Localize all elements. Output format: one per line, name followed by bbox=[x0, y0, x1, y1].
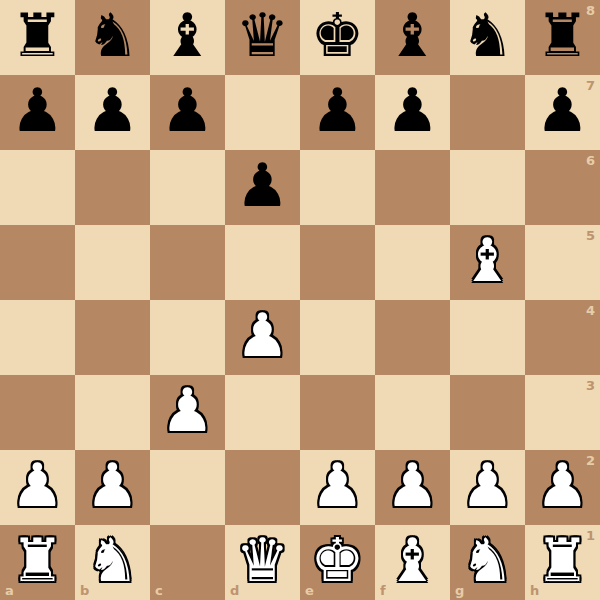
white-pawn-piece[interactable]: ♟ bbox=[161, 375, 215, 448]
square-b7[interactable]: ♟ bbox=[75, 75, 150, 150]
square-a8[interactable]: ♜ bbox=[0, 0, 75, 75]
square-g8[interactable]: ♞ bbox=[450, 0, 525, 75]
black-rook-piece[interactable]: ♜ bbox=[11, 0, 65, 73]
square-h8[interactable]: ♜8 bbox=[525, 0, 600, 75]
square-b3[interactable] bbox=[75, 375, 150, 450]
white-queen-piece[interactable]: ♛ bbox=[236, 525, 290, 598]
square-c5[interactable] bbox=[150, 225, 225, 300]
square-f3[interactable] bbox=[375, 375, 450, 450]
square-e7[interactable]: ♟ bbox=[300, 75, 375, 150]
square-h4[interactable]: 4 bbox=[525, 300, 600, 375]
square-g1[interactable]: ♞g bbox=[450, 525, 525, 600]
white-king-piece[interactable]: ♚ bbox=[311, 525, 365, 598]
square-e1[interactable]: ♚e bbox=[300, 525, 375, 600]
square-h6[interactable]: 6 bbox=[525, 150, 600, 225]
square-c7[interactable]: ♟ bbox=[150, 75, 225, 150]
white-rook-piece[interactable]: ♜ bbox=[11, 525, 65, 598]
square-g7[interactable] bbox=[450, 75, 525, 150]
square-d3[interactable] bbox=[225, 375, 300, 450]
black-pawn-piece[interactable]: ♟ bbox=[386, 75, 440, 148]
square-d1[interactable]: ♛d bbox=[225, 525, 300, 600]
white-knight-piece[interactable]: ♞ bbox=[461, 525, 515, 598]
square-b1[interactable]: ♞b bbox=[75, 525, 150, 600]
square-e4[interactable] bbox=[300, 300, 375, 375]
black-pawn-piece[interactable]: ♟ bbox=[86, 75, 140, 148]
square-a2[interactable]: ♟ bbox=[0, 450, 75, 525]
rank-label-7: 7 bbox=[586, 79, 595, 92]
square-h1[interactable]: ♜1h bbox=[525, 525, 600, 600]
white-pawn-piece[interactable]: ♟ bbox=[311, 450, 365, 523]
square-c6[interactable] bbox=[150, 150, 225, 225]
square-f8[interactable]: ♝ bbox=[375, 0, 450, 75]
square-a4[interactable] bbox=[0, 300, 75, 375]
square-d8[interactable]: ♛ bbox=[225, 0, 300, 75]
rank-label-3: 3 bbox=[586, 379, 595, 392]
square-d2[interactable] bbox=[225, 450, 300, 525]
rank-label-6: 6 bbox=[586, 154, 595, 167]
square-e8[interactable]: ♚ bbox=[300, 0, 375, 75]
square-e6[interactable] bbox=[300, 150, 375, 225]
square-c2[interactable] bbox=[150, 450, 225, 525]
square-a6[interactable] bbox=[0, 150, 75, 225]
square-c3[interactable]: ♟ bbox=[150, 375, 225, 450]
square-f5[interactable] bbox=[375, 225, 450, 300]
file-label-h: h bbox=[530, 584, 539, 597]
rank-label-5: 5 bbox=[586, 229, 595, 242]
square-e5[interactable] bbox=[300, 225, 375, 300]
black-knight-piece[interactable]: ♞ bbox=[461, 0, 515, 73]
square-a7[interactable]: ♟ bbox=[0, 75, 75, 150]
white-pawn-piece[interactable]: ♟ bbox=[11, 450, 65, 523]
black-pawn-piece[interactable]: ♟ bbox=[161, 75, 215, 148]
square-h3[interactable]: 3 bbox=[525, 375, 600, 450]
black-pawn-piece[interactable]: ♟ bbox=[236, 150, 290, 223]
rank-label-8: 8 bbox=[586, 4, 595, 17]
square-g6[interactable] bbox=[450, 150, 525, 225]
square-g5[interactable]: ♝ bbox=[450, 225, 525, 300]
square-c8[interactable]: ♝ bbox=[150, 0, 225, 75]
white-pawn-piece[interactable]: ♟ bbox=[86, 450, 140, 523]
square-f7[interactable]: ♟ bbox=[375, 75, 450, 150]
square-b2[interactable]: ♟ bbox=[75, 450, 150, 525]
white-pawn-piece[interactable]: ♟ bbox=[236, 300, 290, 373]
rank-label-1: 1 bbox=[586, 529, 595, 542]
square-h5[interactable]: 5 bbox=[525, 225, 600, 300]
white-pawn-piece[interactable]: ♟ bbox=[536, 450, 590, 523]
file-label-d: d bbox=[230, 584, 239, 597]
square-c1[interactable]: c bbox=[150, 525, 225, 600]
file-label-b: b bbox=[80, 584, 89, 597]
file-label-a: a bbox=[5, 584, 14, 597]
square-h2[interactable]: ♟2 bbox=[525, 450, 600, 525]
square-a5[interactable] bbox=[0, 225, 75, 300]
file-label-f: f bbox=[380, 584, 386, 597]
square-b5[interactable] bbox=[75, 225, 150, 300]
square-g3[interactable] bbox=[450, 375, 525, 450]
square-b4[interactable] bbox=[75, 300, 150, 375]
square-b8[interactable]: ♞ bbox=[75, 0, 150, 75]
white-pawn-piece[interactable]: ♟ bbox=[461, 450, 515, 523]
square-f4[interactable] bbox=[375, 300, 450, 375]
white-bishop-piece[interactable]: ♝ bbox=[386, 525, 440, 598]
rank-label-2: 2 bbox=[586, 454, 595, 467]
black-queen-piece[interactable]: ♛ bbox=[236, 0, 290, 73]
square-g2[interactable]: ♟ bbox=[450, 450, 525, 525]
black-knight-piece[interactable]: ♞ bbox=[86, 0, 140, 73]
black-rook-piece[interactable]: ♜ bbox=[536, 0, 590, 73]
square-d6[interactable]: ♟ bbox=[225, 150, 300, 225]
square-f6[interactable] bbox=[375, 150, 450, 225]
black-bishop-piece[interactable]: ♝ bbox=[386, 0, 440, 73]
square-h7[interactable]: ♟7 bbox=[525, 75, 600, 150]
black-pawn-piece[interactable]: ♟ bbox=[11, 75, 65, 148]
file-label-e: e bbox=[305, 584, 314, 597]
square-d5[interactable] bbox=[225, 225, 300, 300]
square-d7[interactable] bbox=[225, 75, 300, 150]
chess-board: ♜♞♝♛♚♝♞♜8♟♟♟♟♟♟7♟6♝5♟4♟3♟♟♟♟♟♟2♜a♞bc♛d♚e… bbox=[0, 0, 600, 600]
file-label-c: c bbox=[155, 584, 163, 597]
square-a3[interactable] bbox=[0, 375, 75, 450]
square-b6[interactable] bbox=[75, 150, 150, 225]
black-pawn-piece[interactable]: ♟ bbox=[536, 75, 590, 148]
white-knight-piece[interactable]: ♞ bbox=[86, 525, 140, 598]
white-pawn-piece[interactable]: ♟ bbox=[386, 450, 440, 523]
square-f1[interactable]: ♝f bbox=[375, 525, 450, 600]
black-king-piece[interactable]: ♚ bbox=[311, 0, 365, 73]
square-e2[interactable]: ♟ bbox=[300, 450, 375, 525]
white-rook-piece[interactable]: ♜ bbox=[536, 525, 590, 598]
black-bishop-piece[interactable]: ♝ bbox=[161, 0, 215, 73]
square-d4[interactable]: ♟ bbox=[225, 300, 300, 375]
white-bishop-piece[interactable]: ♝ bbox=[461, 225, 515, 298]
file-label-g: g bbox=[455, 584, 464, 597]
black-pawn-piece[interactable]: ♟ bbox=[311, 75, 365, 148]
rank-label-4: 4 bbox=[586, 304, 595, 317]
square-c4[interactable] bbox=[150, 300, 225, 375]
square-g4[interactable] bbox=[450, 300, 525, 375]
square-a1[interactable]: ♜a bbox=[0, 525, 75, 600]
square-f2[interactable]: ♟ bbox=[375, 450, 450, 525]
square-e3[interactable] bbox=[300, 375, 375, 450]
